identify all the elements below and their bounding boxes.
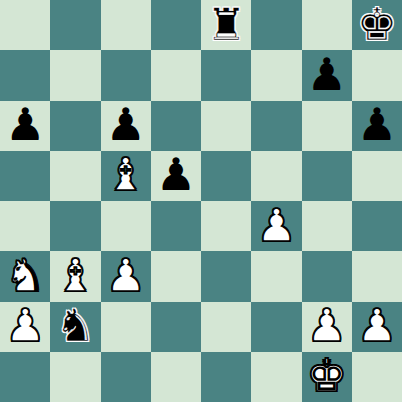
square-b5[interactable] (50, 151, 100, 201)
chess-board: ♜♚♟♟♟♟♝♟♟♞♝♟♟♞♟♟♚ (0, 0, 402, 402)
square-a1[interactable] (0, 352, 50, 402)
square-g1[interactable]: ♚ (302, 352, 352, 402)
square-d8[interactable] (151, 0, 201, 50)
square-h6[interactable]: ♟ (352, 101, 402, 151)
square-h4[interactable] (352, 201, 402, 251)
square-d3[interactable] (151, 251, 201, 301)
square-f7[interactable] (251, 50, 301, 100)
square-b4[interactable] (50, 201, 100, 251)
square-e1[interactable] (201, 352, 251, 402)
piece-black-pawn: ♟ (357, 102, 397, 147)
square-c1[interactable] (101, 352, 151, 402)
square-f5[interactable] (251, 151, 301, 201)
piece-black-knight: ♞ (55, 303, 95, 348)
square-e2[interactable] (201, 302, 251, 352)
square-f3[interactable] (251, 251, 301, 301)
square-g3[interactable] (302, 251, 352, 301)
square-c8[interactable] (101, 0, 151, 50)
square-c6[interactable]: ♟ (101, 101, 151, 151)
piece-black-rook: ♜ (206, 2, 246, 47)
square-c2[interactable] (101, 302, 151, 352)
square-b8[interactable] (50, 0, 100, 50)
square-d6[interactable] (151, 101, 201, 151)
square-f6[interactable] (251, 101, 301, 151)
piece-black-pawn: ♟ (156, 152, 196, 197)
square-h5[interactable] (352, 151, 402, 201)
square-d7[interactable] (151, 50, 201, 100)
square-b1[interactable] (50, 352, 100, 402)
square-c3[interactable]: ♟ (101, 251, 151, 301)
piece-white-bishop: ♝ (105, 152, 145, 197)
square-f1[interactable] (251, 352, 301, 402)
piece-white-pawn: ♟ (357, 303, 397, 348)
square-h7[interactable] (352, 50, 402, 100)
square-g7[interactable]: ♟ (302, 50, 352, 100)
piece-white-pawn: ♟ (306, 303, 346, 348)
piece-white-knight: ♞ (5, 253, 45, 298)
square-a7[interactable] (0, 50, 50, 100)
square-b3[interactable]: ♝ (50, 251, 100, 301)
square-f2[interactable] (251, 302, 301, 352)
square-e4[interactable] (201, 201, 251, 251)
piece-white-bishop: ♝ (55, 253, 95, 298)
square-f8[interactable] (251, 0, 301, 50)
piece-white-pawn: ♟ (256, 203, 296, 248)
piece-black-king: ♚ (357, 2, 397, 47)
square-d1[interactable] (151, 352, 201, 402)
square-h3[interactable] (352, 251, 402, 301)
square-g8[interactable] (302, 0, 352, 50)
square-a8[interactable] (0, 0, 50, 50)
square-d2[interactable] (151, 302, 201, 352)
square-g2[interactable]: ♟ (302, 302, 352, 352)
square-g5[interactable] (302, 151, 352, 201)
piece-black-pawn: ♟ (5, 102, 45, 147)
square-a2[interactable]: ♟ (0, 302, 50, 352)
piece-black-pawn: ♟ (306, 52, 346, 97)
square-h2[interactable]: ♟ (352, 302, 402, 352)
square-b2[interactable]: ♞ (50, 302, 100, 352)
square-f4[interactable]: ♟ (251, 201, 301, 251)
square-g4[interactable] (302, 201, 352, 251)
square-e7[interactable] (201, 50, 251, 100)
square-a5[interactable] (0, 151, 50, 201)
square-e3[interactable] (201, 251, 251, 301)
square-g6[interactable] (302, 101, 352, 151)
square-c4[interactable] (101, 201, 151, 251)
square-b6[interactable] (50, 101, 100, 151)
square-h1[interactable] (352, 352, 402, 402)
square-c5[interactable]: ♝ (101, 151, 151, 201)
piece-white-king: ♚ (306, 353, 346, 398)
square-a3[interactable]: ♞ (0, 251, 50, 301)
square-e5[interactable] (201, 151, 251, 201)
piece-black-pawn: ♟ (105, 102, 145, 147)
square-h8[interactable]: ♚ (352, 0, 402, 50)
piece-white-pawn: ♟ (5, 303, 45, 348)
square-d5[interactable]: ♟ (151, 151, 201, 201)
square-e6[interactable] (201, 101, 251, 151)
square-c7[interactable] (101, 50, 151, 100)
square-e8[interactable]: ♜ (201, 0, 251, 50)
square-a6[interactable]: ♟ (0, 101, 50, 151)
square-d4[interactable] (151, 201, 201, 251)
square-a4[interactable] (0, 201, 50, 251)
square-b7[interactable] (50, 50, 100, 100)
piece-white-pawn: ♟ (105, 253, 145, 298)
